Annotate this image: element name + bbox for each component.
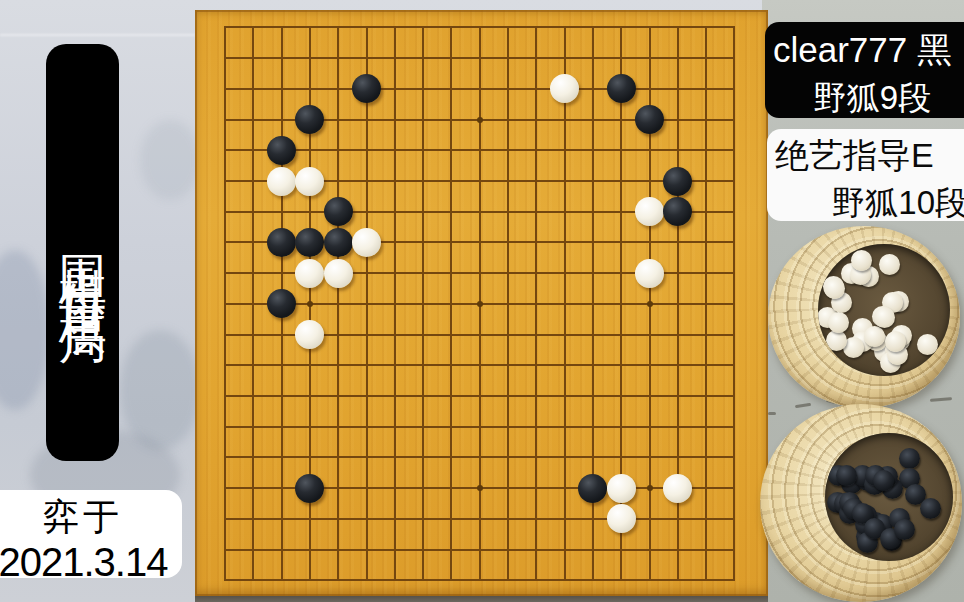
white-player-rank: 野狐10段	[767, 181, 964, 226]
stone-white-D9[interactable]	[295, 320, 324, 349]
bowl-stone-white	[851, 250, 872, 271]
bowl-stone-black	[899, 448, 920, 469]
grid-line	[224, 518, 735, 520]
date-label: 弈于	[0, 493, 182, 542]
grid-line	[224, 456, 735, 458]
grid-line	[224, 579, 735, 581]
stone-black-O4[interactable]	[578, 474, 607, 503]
grid-line	[224, 426, 735, 428]
stone-black-D16[interactable]	[295, 105, 324, 134]
bowl-stone-white	[874, 307, 895, 328]
left-title-banner: 围棋每日棋局	[46, 44, 119, 461]
bowl-stone-white	[828, 312, 849, 333]
stone-black-F17[interactable]	[352, 74, 381, 103]
stone-black-P17[interactable]	[607, 74, 636, 103]
bowl-stone-black	[894, 519, 915, 540]
stone-white-D11[interactable]	[295, 259, 324, 288]
stone-white-F12[interactable]	[352, 228, 381, 257]
star-point	[647, 301, 653, 307]
stone-white-E11[interactable]	[324, 259, 353, 288]
white-stone-bowl	[768, 226, 960, 408]
stone-black-D12[interactable]	[295, 228, 324, 257]
star-point	[477, 117, 483, 123]
star-point	[477, 301, 483, 307]
white-stone-bowl-opening	[818, 244, 950, 376]
screenshot-root: 围棋每日棋局 弈于 2021.3.14 clear777 黑 野狐9段 绝艺指导…	[0, 0, 964, 602]
stone-white-Q11[interactable]	[635, 259, 664, 288]
stone-black-E12[interactable]	[324, 228, 353, 257]
star-point	[307, 301, 313, 307]
stone-white-C14[interactable]	[267, 167, 296, 196]
cloth-mark	[768, 412, 776, 415]
stone-white-D14[interactable]	[295, 167, 324, 196]
grid-line	[224, 549, 735, 551]
stone-black-R14[interactable]	[663, 167, 692, 196]
star-point	[477, 485, 483, 491]
grid-line	[733, 26, 735, 581]
stone-black-R13[interactable]	[663, 197, 692, 226]
grid-line	[564, 26, 566, 581]
stone-black-E13[interactable]	[324, 197, 353, 226]
stone-black-C12[interactable]	[267, 228, 296, 257]
stone-black-Q16[interactable]	[635, 105, 664, 134]
stone-white-P4[interactable]	[607, 474, 636, 503]
stone-black-C15[interactable]	[267, 136, 296, 165]
grid-line	[535, 26, 537, 581]
bowl-stone-white	[885, 331, 906, 352]
bowl-stone-white	[879, 254, 900, 275]
stone-white-R4[interactable]	[663, 474, 692, 503]
wall-seam	[0, 34, 195, 36]
stone-black-D4[interactable]	[295, 474, 324, 503]
black-player-box: clear777 黑 野狐9段	[765, 22, 964, 118]
black-player-name: clear777 黑	[765, 27, 964, 74]
bowl-stone-black	[873, 470, 894, 491]
stone-white-Q13[interactable]	[635, 197, 664, 226]
black-stone-bowl-opening	[825, 433, 953, 561]
date-box: 弈于 2021.3.14	[0, 490, 182, 578]
date-value: 2021.3.14	[0, 540, 182, 585]
grid-line	[224, 364, 735, 366]
stone-white-P3[interactable]	[607, 504, 636, 533]
grid-line	[705, 26, 707, 581]
grid-line	[224, 395, 735, 397]
grid-line	[507, 26, 509, 581]
white-player-name: 绝艺指导E	[767, 133, 964, 179]
stone-white-N17[interactable]	[550, 74, 579, 103]
black-stone-bowl	[760, 404, 962, 602]
bowl-stone-white	[917, 334, 938, 355]
bowl-stone-black	[920, 498, 941, 519]
go-board[interactable]	[195, 10, 768, 596]
white-player-box: 绝艺指导E 野狐10段	[767, 129, 964, 221]
black-player-rank: 野狐9段	[765, 76, 964, 121]
stone-black-C10[interactable]	[267, 289, 296, 318]
star-point	[647, 485, 653, 491]
